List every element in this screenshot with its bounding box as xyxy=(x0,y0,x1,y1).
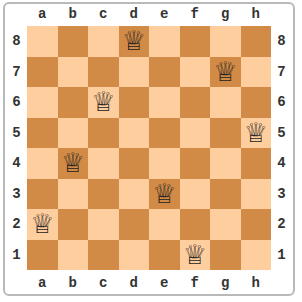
file-label-f: f xyxy=(180,270,211,296)
white-queen-icon: ♕ xyxy=(91,87,115,118)
file-label-d: d xyxy=(119,270,150,296)
square-d1[interactable] xyxy=(119,240,150,271)
square-g5[interactable] xyxy=(210,118,241,149)
rank-label-7: 7 xyxy=(6,57,27,88)
file-label-c: c xyxy=(88,2,119,26)
rank-label-3: 3 xyxy=(6,179,27,210)
square-g1[interactable] xyxy=(210,240,241,271)
file-label-a: a xyxy=(27,270,58,296)
square-h7[interactable] xyxy=(241,57,272,88)
square-d4[interactable] xyxy=(119,148,150,179)
file-label-e: e xyxy=(149,270,180,296)
square-e7[interactable] xyxy=(149,57,180,88)
rank-labels-left: 87654321 xyxy=(6,26,27,270)
square-f3[interactable] xyxy=(180,179,211,210)
square-d2[interactable] xyxy=(119,209,150,240)
file-label-h: h xyxy=(241,2,272,26)
square-b3[interactable] xyxy=(58,179,89,210)
square-f8[interactable] xyxy=(180,26,211,57)
square-d5[interactable] xyxy=(119,118,150,149)
rank-label-6: 6 xyxy=(271,87,292,118)
square-e3[interactable]: ♕ xyxy=(149,179,180,210)
square-c3[interactable] xyxy=(88,179,119,210)
square-a7[interactable] xyxy=(27,57,58,88)
square-d3[interactable] xyxy=(119,179,150,210)
square-c7[interactable] xyxy=(88,57,119,88)
white-queen-icon: ♕ xyxy=(152,179,176,210)
square-b7[interactable] xyxy=(58,57,89,88)
square-e6[interactable] xyxy=(149,87,180,118)
board: ♕♕♕♕♕♕♕♕ xyxy=(27,26,271,270)
square-b8[interactable] xyxy=(58,26,89,57)
file-label-f: f xyxy=(180,2,211,26)
square-h6[interactable] xyxy=(241,87,272,118)
square-h3[interactable] xyxy=(241,179,272,210)
rank-label-1: 1 xyxy=(6,240,27,271)
rank-label-3: 3 xyxy=(271,179,292,210)
square-f6[interactable] xyxy=(180,87,211,118)
square-b4[interactable]: ♕ xyxy=(58,148,89,179)
rank-label-2: 2 xyxy=(6,209,27,240)
square-b6[interactable] xyxy=(58,87,89,118)
square-c5[interactable] xyxy=(88,118,119,149)
rank-labels-right: 87654321 xyxy=(271,26,292,270)
square-f4[interactable] xyxy=(180,148,211,179)
white-queen-icon: ♕ xyxy=(30,209,54,240)
square-d6[interactable] xyxy=(119,87,150,118)
rank-label-2: 2 xyxy=(271,209,292,240)
rank-label-6: 6 xyxy=(6,87,27,118)
square-f1[interactable]: ♕ xyxy=(180,240,211,271)
square-a3[interactable] xyxy=(27,179,58,210)
file-label-c: c xyxy=(88,270,119,296)
square-e8[interactable] xyxy=(149,26,180,57)
square-c4[interactable] xyxy=(88,148,119,179)
white-queen-icon: ♕ xyxy=(213,57,237,88)
rank-label-5: 5 xyxy=(271,118,292,149)
square-a5[interactable] xyxy=(27,118,58,149)
white-queen-icon: ♕ xyxy=(122,26,146,57)
rank-label-1: 1 xyxy=(271,240,292,271)
square-e5[interactable] xyxy=(149,118,180,149)
square-e1[interactable] xyxy=(149,240,180,271)
square-b2[interactable] xyxy=(58,209,89,240)
rank-label-4: 4 xyxy=(271,148,292,179)
square-h4[interactable] xyxy=(241,148,272,179)
rank-label-7: 7 xyxy=(271,57,292,88)
square-e4[interactable] xyxy=(149,148,180,179)
square-h1[interactable] xyxy=(241,240,272,271)
square-g6[interactable] xyxy=(210,87,241,118)
file-labels-bottom: abcdefgh xyxy=(27,270,271,296)
square-a4[interactable] xyxy=(27,148,58,179)
file-label-a: a xyxy=(27,2,58,26)
white-queen-icon: ♕ xyxy=(61,148,85,179)
rank-label-4: 4 xyxy=(6,148,27,179)
square-d7[interactable] xyxy=(119,57,150,88)
file-label-b: b xyxy=(58,270,89,296)
file-label-h: h xyxy=(241,270,272,296)
square-f2[interactable] xyxy=(180,209,211,240)
square-g7[interactable]: ♕ xyxy=(210,57,241,88)
square-a1[interactable] xyxy=(27,240,58,271)
square-b5[interactable] xyxy=(58,118,89,149)
square-c6[interactable]: ♕ xyxy=(88,87,119,118)
file-label-d: d xyxy=(119,2,150,26)
white-queen-icon: ♕ xyxy=(183,240,207,271)
square-a8[interactable] xyxy=(27,26,58,57)
file-label-e: e xyxy=(149,2,180,26)
file-labels-top: abcdefgh xyxy=(27,2,271,26)
square-a2[interactable]: ♕ xyxy=(27,209,58,240)
square-b1[interactable] xyxy=(58,240,89,271)
rank-label-5: 5 xyxy=(6,118,27,149)
square-g2[interactable] xyxy=(210,209,241,240)
file-label-g: g xyxy=(210,270,241,296)
rank-label-8: 8 xyxy=(6,26,27,57)
square-c2[interactable] xyxy=(88,209,119,240)
square-f5[interactable] xyxy=(180,118,211,149)
square-c8[interactable] xyxy=(88,26,119,57)
square-a6[interactable] xyxy=(27,87,58,118)
rank-label-8: 8 xyxy=(271,26,292,57)
square-g8[interactable] xyxy=(210,26,241,57)
square-h5[interactable]: ♕ xyxy=(241,118,272,149)
square-h2[interactable] xyxy=(241,209,272,240)
white-queen-icon: ♕ xyxy=(244,118,268,149)
square-d8[interactable]: ♕ xyxy=(119,26,150,57)
square-g4[interactable] xyxy=(210,148,241,179)
square-c1[interactable] xyxy=(88,240,119,271)
file-label-b: b xyxy=(58,2,89,26)
file-label-g: g xyxy=(210,2,241,26)
square-e2[interactable] xyxy=(149,209,180,240)
board-frame: abcdefgh 87654321 ♕♕♕♕♕♕♕♕ 87654321 abcd… xyxy=(6,2,292,296)
square-h8[interactable] xyxy=(241,26,272,57)
square-f7[interactable] xyxy=(180,57,211,88)
square-g3[interactable] xyxy=(210,179,241,210)
board-card: abcdefgh 87654321 ♕♕♕♕♕♕♕♕ 87654321 abcd… xyxy=(3,2,295,296)
